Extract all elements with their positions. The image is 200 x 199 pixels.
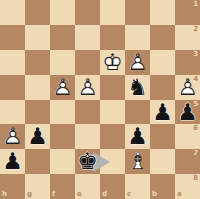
piece-white-pawn[interactable]: ♟♙ — [50, 75, 75, 100]
piece-glyph-outline: ♙ — [50, 75, 75, 100]
square-b1[interactable] — [150, 0, 175, 25]
square-h2[interactable] — [0, 25, 25, 50]
square-g1[interactable] — [25, 0, 50, 25]
file-label-h: h — [2, 191, 7, 198]
square-g2[interactable] — [25, 25, 50, 50]
square-f5[interactable] — [50, 100, 75, 125]
piece-white-pawn[interactable]: ♟♙ — [125, 50, 150, 75]
piece-white-king[interactable]: ♚♔ — [100, 50, 125, 75]
square-g4[interactable] — [25, 75, 50, 100]
piece-glyph: ♟ — [125, 124, 150, 149]
square-d6[interactable] — [100, 124, 125, 149]
square-h4[interactable] — [0, 75, 25, 100]
square-a5[interactable]: 5♟ — [175, 100, 200, 125]
piece-glyph-outline: ♙ — [75, 75, 100, 100]
piece-glyph: ♞ — [125, 75, 150, 100]
square-e5[interactable] — [75, 100, 100, 125]
square-f6[interactable] — [50, 124, 75, 149]
piece-glyph: ♟ — [150, 100, 175, 125]
piece-glyph: ♟ — [0, 149, 25, 174]
square-f7[interactable] — [50, 149, 75, 174]
rank-label-7: 7 — [193, 150, 198, 157]
square-h6[interactable]: ♟♙ — [0, 124, 25, 149]
square-a8[interactable]: 8a — [175, 174, 200, 199]
square-f8[interactable]: f — [50, 174, 75, 199]
square-g7[interactable] — [25, 149, 50, 174]
square-b4[interactable] — [150, 75, 175, 100]
piece-white-pawn[interactable]: ♟♙ — [0, 124, 25, 149]
square-h3[interactable] — [0, 50, 25, 75]
file-label-g: g — [27, 191, 32, 198]
square-b7[interactable] — [150, 149, 175, 174]
piece-black-pawn[interactable]: ♟ — [125, 124, 150, 149]
piece-glyph-outline: ♔ — [100, 50, 125, 75]
square-g6[interactable]: ♟ — [25, 124, 50, 149]
piece-glyph: ♟ — [25, 124, 50, 149]
square-e6[interactable] — [75, 124, 100, 149]
square-c3[interactable]: ♟♙ — [125, 50, 150, 75]
square-a3[interactable]: 3 — [175, 50, 200, 75]
square-e8[interactable]: e — [75, 174, 100, 199]
file-label-d: d — [102, 191, 107, 198]
square-a4[interactable]: 4♟♙ — [175, 75, 200, 100]
file-label-f: f — [52, 191, 55, 198]
square-f1[interactable] — [50, 0, 75, 25]
square-d3[interactable]: ♚♔ — [100, 50, 125, 75]
piece-black-king[interactable]: ♚ — [75, 149, 100, 174]
file-label-a: a — [177, 191, 182, 198]
rank-label-4: 4 — [193, 76, 198, 83]
square-b6[interactable] — [150, 124, 175, 149]
piece-glyph-outline: ♙ — [0, 124, 25, 149]
square-b2[interactable] — [150, 25, 175, 50]
piece-black-pawn[interactable]: ♟ — [25, 124, 50, 149]
file-label-b: b — [152, 191, 157, 198]
square-d8[interactable]: d — [100, 174, 125, 199]
square-e3[interactable] — [75, 50, 100, 75]
square-h7[interactable]: ♟ — [0, 149, 25, 174]
piece-white-pawn[interactable]: ♟♙ — [75, 75, 100, 100]
piece-glyph-outline: ♗ — [125, 149, 150, 174]
square-d2[interactable] — [100, 25, 125, 50]
square-a6[interactable]: 6 — [175, 124, 200, 149]
square-g5[interactable] — [25, 100, 50, 125]
square-c4[interactable]: ♞ — [125, 75, 150, 100]
rank-label-1: 1 — [193, 1, 198, 8]
square-f3[interactable] — [50, 50, 75, 75]
square-g8[interactable]: g — [25, 174, 50, 199]
chess-board: 12♚♔♟♙3♟♙♟♙♞4♟♙♟5♟♟♙♟♟6♟♚♝♗7hgfedcb8a — [0, 0, 200, 199]
square-b8[interactable]: b — [150, 174, 175, 199]
square-e1[interactable] — [75, 0, 100, 25]
square-h5[interactable] — [0, 100, 25, 125]
rank-label-8: 8 — [193, 175, 198, 182]
square-a7[interactable]: 7 — [175, 149, 200, 174]
square-c5[interactable] — [125, 100, 150, 125]
rank-label-6: 6 — [193, 125, 198, 132]
square-c6[interactable]: ♟ — [125, 124, 150, 149]
piece-glyph-outline: ♙ — [125, 50, 150, 75]
piece-white-bishop[interactable]: ♝♗ — [125, 149, 150, 174]
piece-black-pawn[interactable]: ♟ — [0, 149, 25, 174]
square-d1[interactable] — [100, 0, 125, 25]
square-b3[interactable] — [150, 50, 175, 75]
rank-label-5: 5 — [193, 101, 198, 108]
rank-label-2: 2 — [193, 26, 198, 33]
square-b5[interactable]: ♟ — [150, 100, 175, 125]
square-h8[interactable]: h — [0, 174, 25, 199]
square-d4[interactable] — [100, 75, 125, 100]
square-c8[interactable]: c — [125, 174, 150, 199]
square-d5[interactable] — [100, 100, 125, 125]
square-c1[interactable] — [125, 0, 150, 25]
square-e7[interactable]: ♚ — [75, 149, 100, 174]
piece-black-knight[interactable]: ♞ — [125, 75, 150, 100]
rank-label-3: 3 — [193, 51, 198, 58]
square-e4[interactable]: ♟♙ — [75, 75, 100, 100]
square-f4[interactable]: ♟♙ — [50, 75, 75, 100]
square-h1[interactable] — [0, 0, 25, 25]
square-f2[interactable] — [50, 25, 75, 50]
piece-glyph: ♚ — [75, 149, 100, 174]
square-c7[interactable]: ♝♗ — [125, 149, 150, 174]
square-a1[interactable]: 1 — [175, 0, 200, 25]
square-g3[interactable] — [25, 50, 50, 75]
file-label-e: e — [77, 191, 82, 198]
square-a2[interactable]: 2 — [175, 25, 200, 50]
square-e2[interactable] — [75, 25, 100, 50]
piece-black-pawn[interactable]: ♟ — [150, 100, 175, 125]
square-c2[interactable] — [125, 25, 150, 50]
file-label-c: c — [127, 191, 131, 198]
